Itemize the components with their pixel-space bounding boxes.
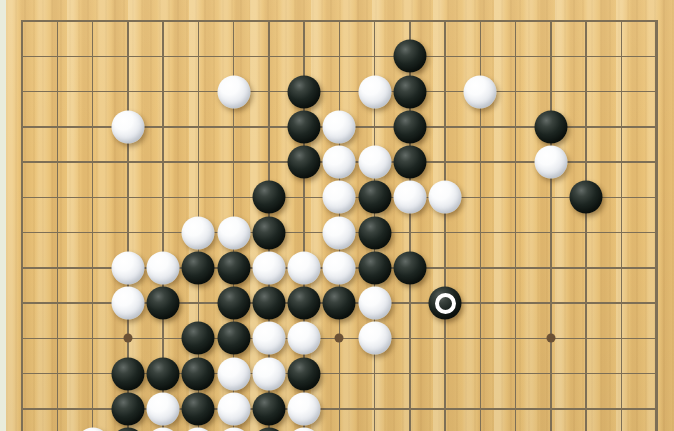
black-stone: [217, 322, 250, 355]
white-stone: [147, 392, 180, 425]
black-stone: [217, 287, 250, 320]
white-stone: [358, 287, 391, 320]
black-stone: [252, 392, 285, 425]
white-stone: [323, 181, 356, 214]
white-stone: [323, 251, 356, 284]
white-stone: [252, 357, 285, 390]
black-stone: [323, 287, 356, 320]
grid-line-vertical: [655, 20, 658, 431]
white-stone: [217, 75, 250, 108]
white-stone: [393, 181, 426, 214]
last-move-marker: [435, 293, 456, 314]
black-stone: [358, 216, 391, 249]
black-stone: [288, 357, 321, 390]
white-stone: [182, 216, 215, 249]
white-stone: [288, 251, 321, 284]
white-stone: [252, 251, 285, 284]
star-point: [546, 334, 555, 343]
white-stone: [147, 251, 180, 284]
black-stone: [111, 392, 144, 425]
black-stone: [288, 146, 321, 179]
black-stone: [217, 251, 250, 284]
black-stone: [358, 181, 391, 214]
grid-line-vertical: [621, 20, 623, 431]
black-stone: [147, 287, 180, 320]
black-stone: [393, 40, 426, 73]
white-stone: [288, 428, 321, 431]
grid-line-vertical: [92, 20, 94, 431]
black-stone: [358, 251, 391, 284]
black-stone: [393, 146, 426, 179]
white-stone: [111, 251, 144, 284]
black-stone: [182, 357, 215, 390]
white-stone: [111, 287, 144, 320]
white-stone: [147, 428, 180, 431]
grid-line-vertical: [585, 20, 587, 431]
white-stone: [217, 216, 250, 249]
white-stone: [252, 322, 285, 355]
white-stone: [323, 146, 356, 179]
black-stone: [111, 428, 144, 431]
black-stone: [252, 428, 285, 431]
black-stone: [182, 322, 215, 355]
white-stone: [358, 146, 391, 179]
white-stone: [288, 322, 321, 355]
grid-line-vertical: [21, 20, 24, 431]
grid-line-horizontal: [21, 56, 658, 58]
grid-line-vertical: [515, 20, 517, 431]
white-stone: [288, 392, 321, 425]
black-stone: [111, 357, 144, 390]
black-stone: [252, 181, 285, 214]
grid-line-vertical: [57, 20, 59, 431]
black-stone: [288, 75, 321, 108]
white-stone: [323, 216, 356, 249]
go-board[interactable]: [6, 0, 674, 431]
black-stone: [252, 287, 285, 320]
black-stone: [182, 251, 215, 284]
white-stone: [217, 357, 250, 390]
white-stone: [358, 75, 391, 108]
star-point: [123, 334, 132, 343]
white-stone: [534, 146, 567, 179]
black-stone: [429, 287, 462, 320]
black-stone: [288, 287, 321, 320]
white-stone: [358, 322, 391, 355]
white-stone: [182, 428, 215, 431]
grid-line-vertical: [444, 20, 446, 431]
go-app-screen: [0, 0, 674, 431]
black-stone: [147, 357, 180, 390]
white-stone: [76, 428, 109, 431]
black-stone: [393, 110, 426, 143]
black-stone: [393, 75, 426, 108]
white-stone: [217, 392, 250, 425]
black-stone: [252, 216, 285, 249]
black-stone: [288, 110, 321, 143]
black-stone: [570, 181, 603, 214]
white-stone: [111, 110, 144, 143]
white-stone: [217, 428, 250, 431]
black-stone: [182, 392, 215, 425]
black-stone: [534, 110, 567, 143]
grid-line-horizontal: [21, 91, 658, 93]
white-stone: [429, 181, 462, 214]
grid-line-vertical: [550, 20, 552, 431]
star-point: [335, 334, 344, 343]
black-stone: [393, 251, 426, 284]
grid-line-horizontal: [21, 20, 658, 23]
white-stone: [323, 110, 356, 143]
white-stone: [464, 75, 497, 108]
